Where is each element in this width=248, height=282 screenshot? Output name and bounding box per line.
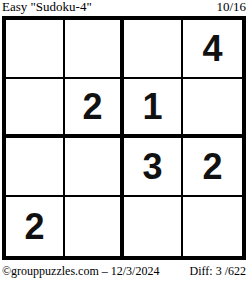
footer: ©grouppuzzles.com – 12/3/2024 Diff: 3 /6… bbox=[2, 264, 246, 278]
cell-r1c1[interactable] bbox=[6, 20, 65, 79]
cell-r4c4[interactable] bbox=[183, 197, 242, 256]
cell-r2c1[interactable] bbox=[6, 79, 65, 138]
cell-r1c2[interactable] bbox=[65, 20, 124, 79]
cell-r4c2[interactable] bbox=[65, 197, 124, 256]
copyright-text: ©grouppuzzles.com – 12/3/2024 bbox=[2, 264, 159, 278]
cell-r3c1[interactable] bbox=[6, 138, 65, 197]
cell-r3c4[interactable]: 2 bbox=[183, 138, 242, 197]
puzzle-counter: 10/16 bbox=[216, 0, 246, 14]
cell-r4c1[interactable]: 2 bbox=[6, 197, 65, 256]
cell-r1c4[interactable]: 4 bbox=[183, 20, 242, 79]
cell-r1c3[interactable] bbox=[124, 20, 183, 79]
cell-r4c3[interactable] bbox=[124, 197, 183, 256]
page-title: Easy "Sudoku-4" bbox=[2, 0, 92, 14]
sudoku-grid: 4 2 1 3 2 2 bbox=[2, 16, 246, 260]
cell-r2c3[interactable]: 1 bbox=[124, 79, 183, 138]
cell-r2c4[interactable] bbox=[183, 79, 242, 138]
puzzle-page: Easy "Sudoku-4" 10/16 4 2 1 3 2 2 ©group… bbox=[0, 0, 248, 282]
cell-r2c2[interactable]: 2 bbox=[65, 79, 124, 138]
cell-r3c2[interactable] bbox=[65, 138, 124, 197]
difficulty-text: Diff: 3 /622 bbox=[190, 264, 246, 278]
header: Easy "Sudoku-4" 10/16 bbox=[2, 0, 246, 14]
cell-r3c3[interactable]: 3 bbox=[124, 138, 183, 197]
